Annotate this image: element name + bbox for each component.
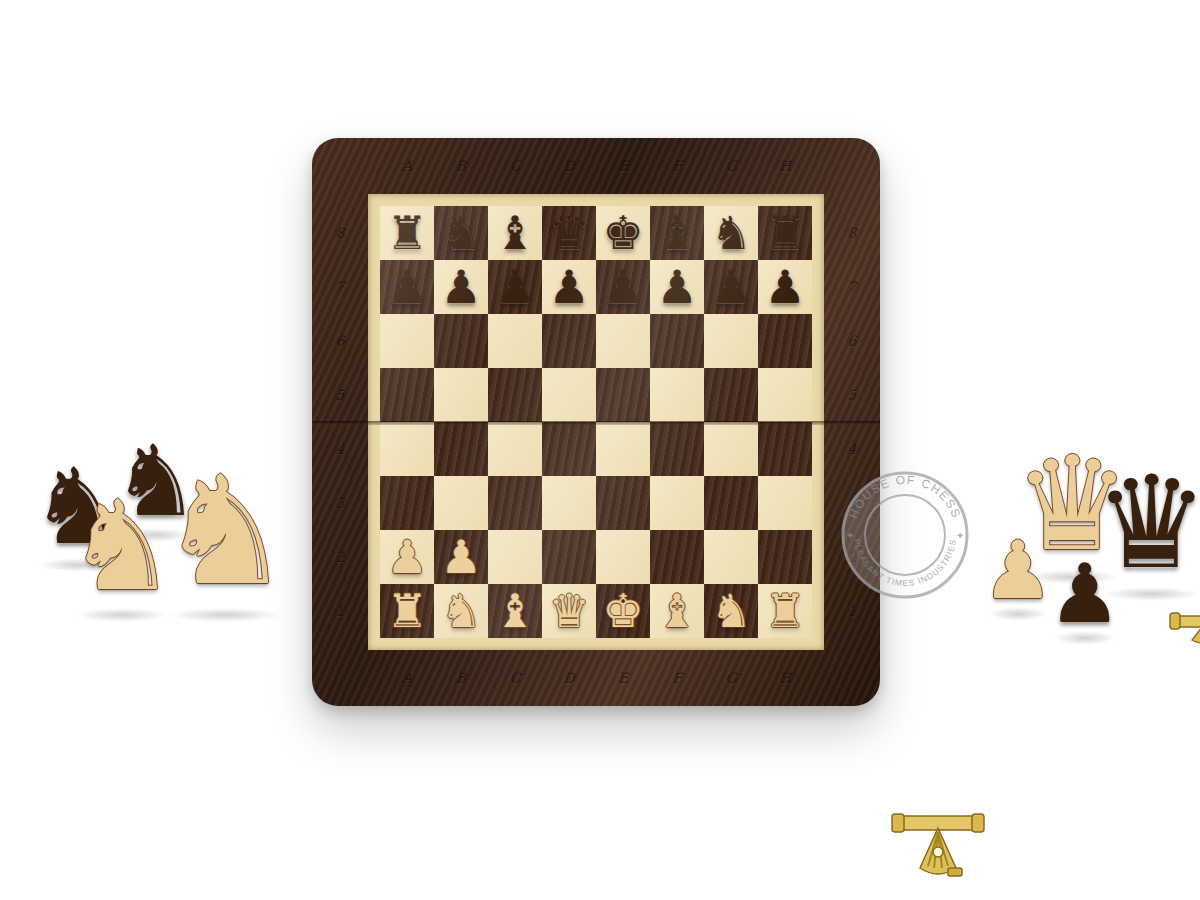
square-h1[interactable]: ♜	[758, 584, 812, 638]
file-label: B	[434, 138, 488, 194]
piece-white-knight[interactable]: ♞	[440, 584, 481, 638]
rank-label: 7	[312, 260, 368, 314]
rank-label: 6	[312, 314, 368, 368]
square-b4[interactable]	[434, 422, 488, 476]
square-b1[interactable]: ♞	[434, 584, 488, 638]
piece-white-pawn[interactable]: ♟	[440, 530, 481, 584]
square-b5[interactable]	[434, 368, 488, 422]
square-d4[interactable]	[542, 422, 596, 476]
file-label: D	[542, 138, 596, 194]
file-label: C	[488, 138, 542, 194]
spare-piece-black-pawn[interactable]: ♟	[1048, 546, 1122, 641]
piece-black-pawn[interactable]: ♟	[602, 260, 643, 314]
file-label: E	[596, 650, 650, 706]
piece-black-knight[interactable]: ♞	[710, 206, 751, 260]
square-f2[interactable]	[650, 530, 704, 584]
chess-board-box: ABCDEFGH ABCDEFGH 87654321 87654321 ♜♞♝♛…	[312, 138, 880, 706]
square-a8[interactable]: ♜	[380, 206, 434, 260]
file-label: F	[650, 650, 704, 706]
spare-piece-white-pawn[interactable]: ♟	[982, 524, 1054, 617]
square-c7[interactable]: ♟	[488, 260, 542, 314]
square-f5[interactable]	[650, 368, 704, 422]
rank-label: 6	[824, 314, 880, 368]
file-label: A	[380, 650, 434, 706]
piece-white-rook[interactable]: ♜	[764, 584, 805, 638]
file-labels-bottom: ABCDEFGH	[380, 650, 812, 706]
square-b2[interactable]: ♟	[434, 530, 488, 584]
square-f8[interactable]: ♝	[650, 206, 704, 260]
square-g6[interactable]	[704, 314, 758, 368]
rank-label: 7	[824, 260, 880, 314]
square-d2[interactable]	[542, 530, 596, 584]
square-f6[interactable]	[650, 314, 704, 368]
piece-black-rook[interactable]: ♜	[764, 206, 805, 260]
piece-white-bishop[interactable]: ♝	[656, 584, 697, 638]
piece-black-pawn[interactable]: ♟	[710, 260, 751, 314]
square-g3[interactable]	[704, 476, 758, 530]
square-h3[interactable]	[758, 476, 812, 530]
square-e6[interactable]	[596, 314, 650, 368]
square-g5[interactable]	[704, 368, 758, 422]
square-d8[interactable]: ♛	[542, 206, 596, 260]
rank-label: 8	[824, 206, 880, 260]
piece-white-queen[interactable]: ♛	[548, 584, 589, 638]
square-g4[interactable]	[704, 422, 758, 476]
square-g7[interactable]: ♟	[704, 260, 758, 314]
rank-label: 4	[824, 422, 880, 476]
square-b7[interactable]: ♟	[434, 260, 488, 314]
rank-label: 1	[824, 584, 880, 638]
file-label: C	[488, 650, 542, 706]
piece-white-king[interactable]: ♚	[602, 584, 643, 638]
square-h7[interactable]: ♟	[758, 260, 812, 314]
piece-white-bishop[interactable]: ♝	[494, 584, 535, 638]
piece-black-pawn[interactable]: ♟	[386, 260, 427, 314]
square-a5[interactable]	[380, 368, 434, 422]
square-f7[interactable]: ♟	[650, 260, 704, 314]
square-c2[interactable]	[488, 530, 542, 584]
square-f3[interactable]	[650, 476, 704, 530]
rank-label: 5	[824, 368, 880, 422]
rank-label: 2	[312, 530, 368, 584]
square-g2[interactable]	[704, 530, 758, 584]
square-h6[interactable]	[758, 314, 812, 368]
chess-set-photo: ♞♞♞♞ ABCDEFGH ABCDEFGH 87654321 87654321…	[0, 0, 1200, 900]
piece-black-bishop[interactable]: ♝	[494, 206, 535, 260]
square-e5[interactable]	[596, 368, 650, 422]
square-d6[interactable]	[542, 314, 596, 368]
rank-label: 8	[312, 206, 368, 260]
square-d5[interactable]	[542, 368, 596, 422]
square-c3[interactable]	[488, 476, 542, 530]
piece-black-pawn[interactable]: ♟	[494, 260, 535, 314]
file-label: B	[434, 650, 488, 706]
square-h8[interactable]: ♜	[758, 206, 812, 260]
square-c1[interactable]: ♝	[488, 584, 542, 638]
square-d1[interactable]: ♛	[542, 584, 596, 638]
brass-clasp-side-icon	[1168, 600, 1200, 646]
file-label: G	[704, 650, 758, 706]
piece-black-king[interactable]: ♚	[602, 206, 643, 260]
square-h5[interactable]	[758, 368, 812, 422]
square-b3[interactable]	[434, 476, 488, 530]
square-b6[interactable]	[434, 314, 488, 368]
square-h4[interactable]	[758, 422, 812, 476]
square-a3[interactable]	[380, 476, 434, 530]
square-e4[interactable]	[596, 422, 650, 476]
piece-black-pawn[interactable]: ♟	[764, 260, 805, 314]
square-f1[interactable]: ♝	[650, 584, 704, 638]
file-label: H	[758, 138, 812, 194]
folding-seam	[312, 421, 880, 425]
square-g8[interactable]: ♞	[704, 206, 758, 260]
piece-black-rook[interactable]: ♜	[386, 206, 427, 260]
square-a2[interactable]: ♟	[380, 530, 434, 584]
rank-label: 3	[824, 476, 880, 530]
file-label: A	[380, 138, 434, 194]
spare-piece-white-knight[interactable]: ♞	[158, 444, 292, 618]
square-a6[interactable]	[380, 314, 434, 368]
square-e8[interactable]: ♚	[596, 206, 650, 260]
file-label: H	[758, 650, 812, 706]
rank-label: 1	[312, 584, 368, 638]
square-c4[interactable]	[488, 422, 542, 476]
square-e1[interactable]: ♚	[596, 584, 650, 638]
piece-white-pawn[interactable]: ♟	[386, 530, 427, 584]
piece-black-bishop[interactable]: ♝	[656, 206, 697, 260]
piece-black-knight[interactable]: ♞	[440, 206, 481, 260]
watermark-star-right: ✦	[956, 530, 964, 541]
piece-black-pawn[interactable]: ♟	[548, 260, 589, 314]
square-a4[interactable]	[380, 422, 434, 476]
file-label: F	[650, 138, 704, 194]
square-c5[interactable]	[488, 368, 542, 422]
square-e7[interactable]: ♟	[596, 260, 650, 314]
square-d7[interactable]: ♟	[542, 260, 596, 314]
rank-label: 3	[312, 476, 368, 530]
square-a7[interactable]: ♟	[380, 260, 434, 314]
square-c8[interactable]: ♝	[488, 206, 542, 260]
rank-label: 4	[312, 422, 368, 476]
piece-white-knight[interactable]: ♞	[710, 584, 751, 638]
piece-black-pawn[interactable]: ♟	[440, 260, 481, 314]
square-f4[interactable]	[650, 422, 704, 476]
square-h2[interactable]	[758, 530, 812, 584]
rank-label: 5	[312, 368, 368, 422]
piece-black-pawn[interactable]: ♟	[656, 260, 697, 314]
square-e3[interactable]	[596, 476, 650, 530]
file-label: E	[596, 138, 650, 194]
square-e2[interactable]	[596, 530, 650, 584]
square-g1[interactable]: ♞	[704, 584, 758, 638]
piece-black-queen[interactable]: ♛	[548, 206, 589, 260]
square-c6[interactable]	[488, 314, 542, 368]
square-b8[interactable]: ♞	[434, 206, 488, 260]
rank-label: 2	[824, 530, 880, 584]
file-label: D	[542, 650, 596, 706]
piece-white-rook[interactable]: ♜	[386, 584, 427, 638]
brass-clasp-front-icon	[890, 806, 986, 900]
file-label: G	[704, 138, 758, 194]
file-labels-top: ABCDEFGH	[380, 138, 812, 194]
square-d3[interactable]	[542, 476, 596, 530]
square-a1[interactable]: ♜	[380, 584, 434, 638]
